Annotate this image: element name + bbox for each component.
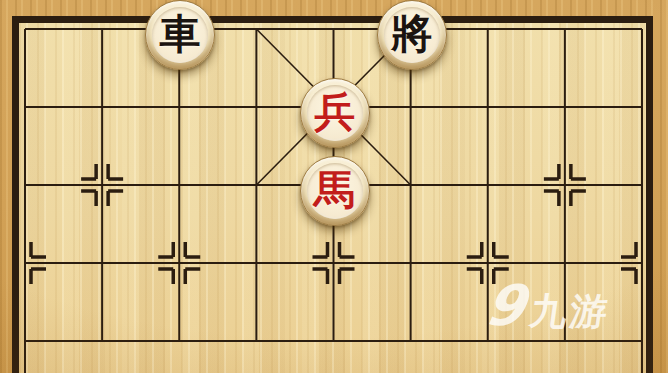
pieces-layer: 車將兵馬 bbox=[0, 0, 668, 373]
piece-character: 馬 bbox=[314, 170, 355, 211]
piece-red-horse[interactable]: 馬 bbox=[300, 156, 370, 226]
piece-character: 車 bbox=[160, 14, 201, 55]
piece-black-general[interactable]: 將 bbox=[377, 0, 447, 70]
piece-character: 將 bbox=[391, 14, 432, 55]
piece-red-soldier[interactable]: 兵 bbox=[300, 78, 370, 148]
xiangqi-board: 車將兵馬 9 九游 bbox=[0, 0, 668, 373]
piece-character: 兵 bbox=[314, 92, 355, 133]
piece-black-chariot[interactable]: 車 bbox=[145, 0, 215, 70]
